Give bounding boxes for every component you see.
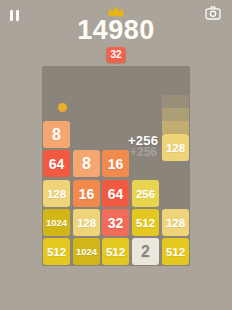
tile-32: 32	[102, 209, 129, 236]
tile-16: 16	[73, 180, 100, 207]
tile-256: 256	[132, 180, 159, 207]
tile-trail-segment	[162, 121, 189, 134]
tile-512: 512	[162, 238, 189, 265]
tile-128-falling: 128	[162, 134, 189, 161]
bonus-dot	[58, 103, 67, 112]
tile-trail-segment	[162, 95, 189, 108]
tile-16: 16	[102, 150, 129, 177]
tile-512: 512	[43, 238, 70, 265]
tile-64: 64	[102, 180, 129, 207]
tile-64: 64	[43, 150, 70, 177]
next-tile-badge: 32	[107, 47, 126, 63]
tile-2: 2	[132, 238, 159, 265]
tile-128: 128	[73, 209, 100, 236]
tile-8-falling: 8	[43, 121, 70, 148]
tile-128: 128	[43, 180, 70, 207]
tile-128: 128	[162, 209, 189, 236]
camera-button[interactable]	[205, 6, 221, 20]
tile-8: 8	[73, 150, 100, 177]
score-value: 14980	[0, 15, 232, 46]
merge-score-popup-ghost: +256	[130, 145, 157, 159]
game-screen: 14980 32 +256 +256 812864816128166425610…	[0, 0, 232, 310]
tile-1024: 1024	[73, 238, 100, 265]
tile-1024: 1024	[43, 209, 70, 236]
tile-512: 512	[102, 238, 129, 265]
tile-trail-segment	[162, 108, 189, 121]
game-board[interactable]: +256 +256 812864816128166425610241283251…	[42, 66, 190, 266]
tile-512: 512	[132, 209, 159, 236]
